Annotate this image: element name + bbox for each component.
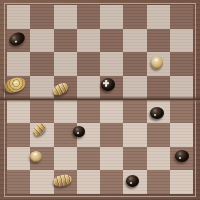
piece-black-king-e5[interactable] [101, 78, 115, 91]
square-b4[interactable] [30, 100, 53, 124]
square-d4[interactable] [77, 100, 100, 124]
square-g3[interactable] [147, 123, 170, 147]
square-e8[interactable] [100, 5, 123, 29]
square-c3[interactable] [54, 123, 77, 147]
square-c4[interactable] [54, 100, 77, 124]
square-e1[interactable] [100, 170, 123, 194]
square-a2[interactable] [7, 147, 30, 171]
square-d8[interactable] [77, 5, 100, 29]
square-f3[interactable] [123, 123, 146, 147]
square-c7[interactable] [54, 29, 77, 53]
square-b1[interactable] [30, 170, 53, 194]
board-photo [0, 0, 200, 200]
piece-black-pawn-d3[interactable] [73, 126, 85, 137]
square-b5[interactable] [30, 76, 53, 100]
piece-white-pawn-b2[interactable] [30, 151, 42, 162]
square-h1[interactable] [170, 170, 193, 194]
piece-black-pawn-h2[interactable] [175, 150, 189, 162]
king-cross-icon [104, 80, 110, 85]
square-f8[interactable] [123, 5, 146, 29]
square-d1[interactable] [77, 170, 100, 194]
square-a3[interactable] [7, 123, 30, 147]
square-b6[interactable] [30, 52, 53, 76]
square-e7[interactable] [100, 29, 123, 53]
square-g8[interactable] [147, 5, 170, 29]
square-d7[interactable] [77, 29, 100, 53]
square-a8[interactable] [7, 5, 30, 29]
square-f7[interactable] [123, 29, 146, 53]
square-b7[interactable] [30, 29, 53, 53]
square-d5[interactable] [77, 76, 100, 100]
square-e2[interactable] [100, 147, 123, 171]
piece-black-pawn-g4[interactable] [150, 107, 164, 119]
square-e3[interactable] [100, 123, 123, 147]
piece-white-pawn-g6[interactable] [151, 56, 163, 69]
square-g7[interactable] [147, 29, 170, 53]
square-g2[interactable] [147, 147, 170, 171]
square-c8[interactable] [54, 5, 77, 29]
square-h4[interactable] [170, 100, 193, 124]
square-a4[interactable] [7, 100, 30, 124]
square-g5[interactable] [147, 76, 170, 100]
square-h7[interactable] [170, 29, 193, 53]
square-a1[interactable] [7, 170, 30, 194]
square-f6[interactable] [123, 52, 146, 76]
square-f5[interactable] [123, 76, 146, 100]
square-h8[interactable] [170, 5, 193, 29]
square-f4[interactable] [123, 100, 146, 124]
square-d6[interactable] [77, 52, 100, 76]
square-h6[interactable] [170, 52, 193, 76]
square-b8[interactable] [30, 5, 53, 29]
square-c6[interactable] [54, 52, 77, 76]
square-h5[interactable] [170, 76, 193, 100]
square-e6[interactable] [100, 52, 123, 76]
square-a6[interactable] [7, 52, 30, 76]
square-d2[interactable] [77, 147, 100, 171]
square-e4[interactable] [100, 100, 123, 124]
chess-board [7, 5, 193, 194]
square-c2[interactable] [54, 147, 77, 171]
square-g1[interactable] [147, 170, 170, 194]
square-h3[interactable] [170, 123, 193, 147]
piece-black-pawn-f1[interactable] [126, 175, 139, 187]
square-f2[interactable] [123, 147, 146, 171]
